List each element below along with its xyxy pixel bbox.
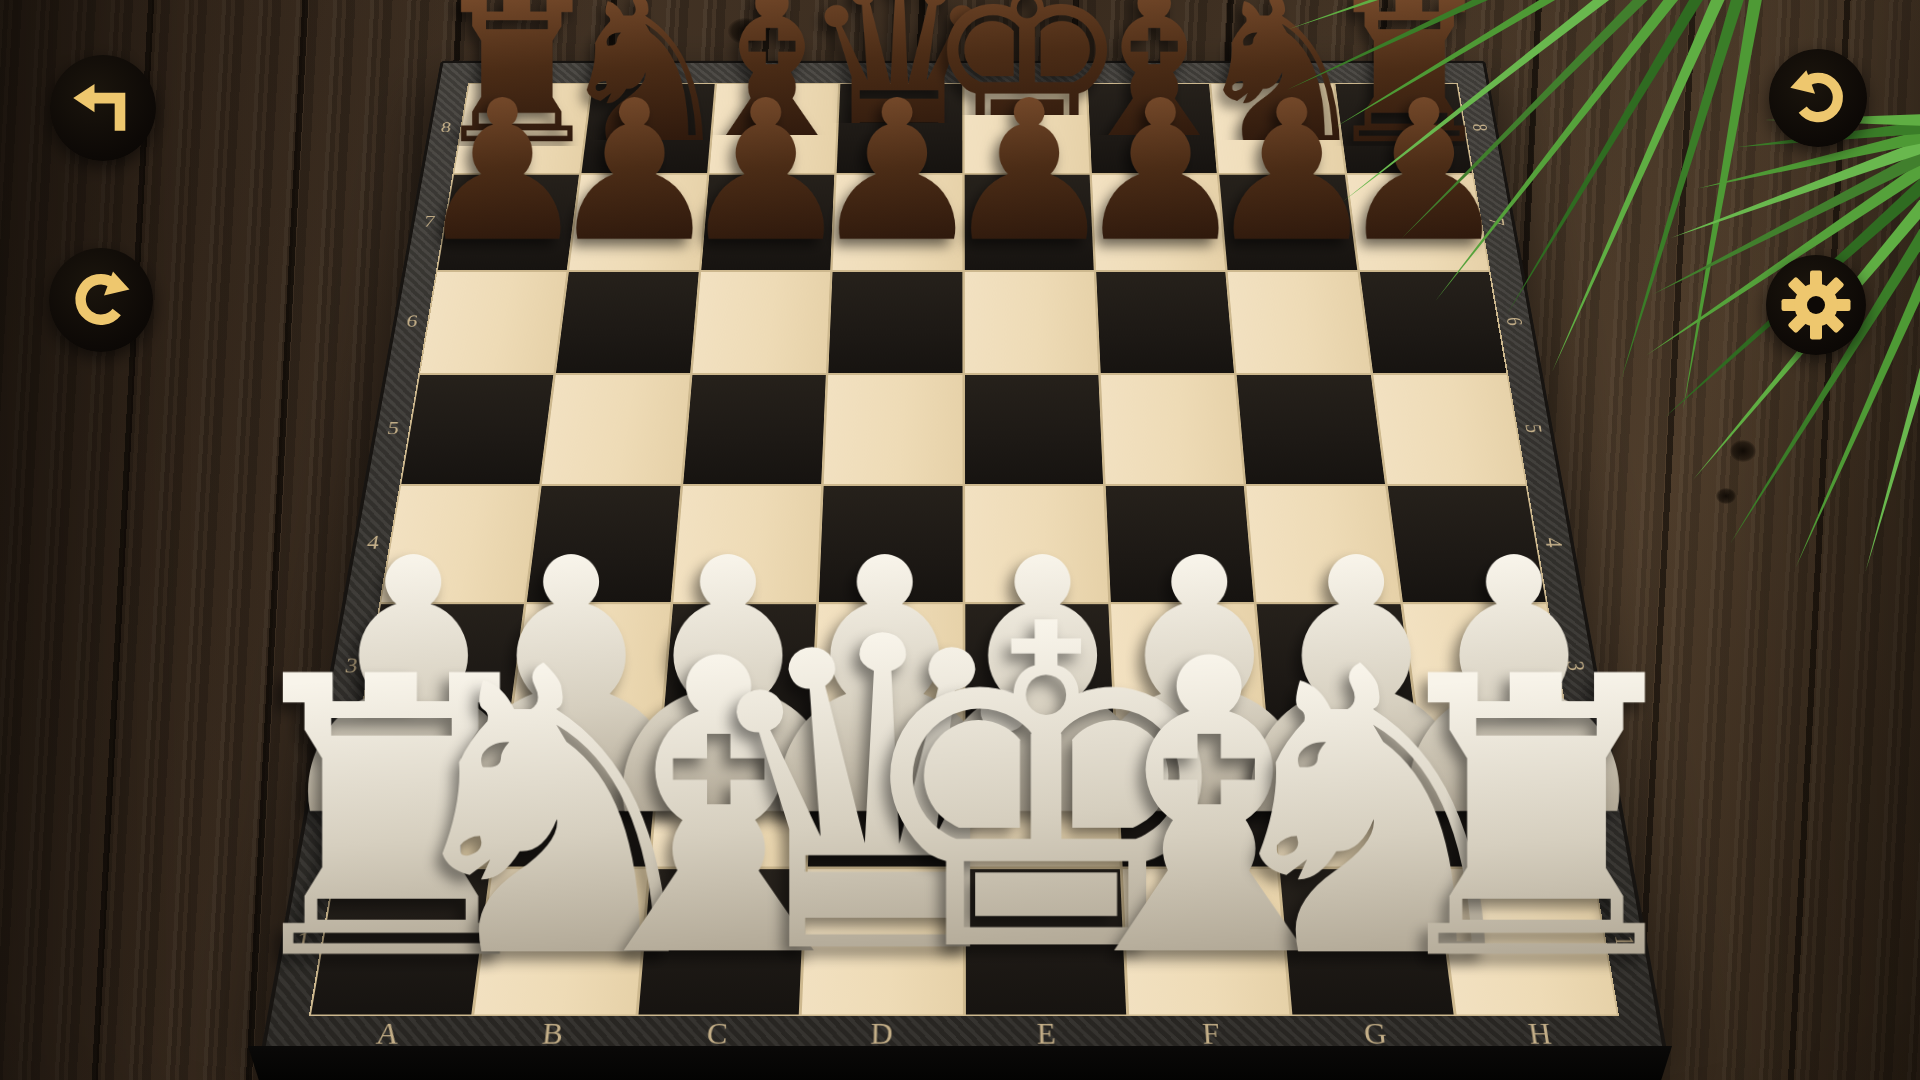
square-h5[interactable]: [1373, 375, 1525, 483]
square-d6[interactable]: [828, 272, 962, 373]
chess-app-screen: 87654321 87654321 ABCDEFGH ♜♞♝♛♚♝♞♜♟♟♟♟♟…: [0, 0, 1920, 1080]
turn-left-arrow-icon: [69, 74, 137, 142]
undo-button[interactable]: [50, 55, 156, 161]
square-f6[interactable]: [1096, 272, 1234, 373]
square-c5[interactable]: [683, 375, 826, 483]
rotate-board-button[interactable]: [49, 248, 153, 352]
square-d5[interactable]: [824, 375, 962, 483]
settings-button[interactable]: [1766, 255, 1866, 355]
chess-board[interactable]: 87654321 87654321 ABCDEFGH ♜♞♝♛♚♝♞♜♟♟♟♟♟…: [260, 61, 1668, 1056]
square-b6[interactable]: [556, 272, 698, 373]
square-b5[interactable]: [542, 375, 689, 483]
square-h1[interactable]: ♜: [1437, 869, 1617, 1015]
board-scene: 87654321 87654321 ABCDEFGH ♜♞♝♛♚♝♞♜♟♟♟♟♟…: [0, 0, 1920, 1080]
square-e6[interactable]: [964, 272, 1098, 373]
white-rook[interactable]: ♜: [1363, 627, 1709, 1013]
square-g5[interactable]: [1237, 375, 1385, 483]
restart-button[interactable]: [1769, 49, 1867, 147]
square-c6[interactable]: [692, 272, 830, 373]
rotate-counterclockwise-icon: [1783, 63, 1853, 133]
board-squares: ♜♞♝♛♚♝♞♜♟♟♟♟♟♟♟♟♟♟♟♟♟♟♟♟♜♞♝♛♚♝♞♜: [309, 83, 1619, 1016]
square-f5[interactable]: [1101, 375, 1244, 483]
square-a6[interactable]: [420, 272, 567, 373]
square-e5[interactable]: [965, 375, 1103, 483]
square-a5[interactable]: [401, 375, 553, 483]
square-g6[interactable]: [1228, 272, 1370, 373]
square-h6[interactable]: [1360, 272, 1507, 373]
rotate-clockwise-icon: [65, 264, 137, 336]
square-h7[interactable]: ♟: [1347, 175, 1489, 270]
board-front-edge: [248, 1046, 1672, 1080]
gear-icon: [1780, 269, 1852, 341]
